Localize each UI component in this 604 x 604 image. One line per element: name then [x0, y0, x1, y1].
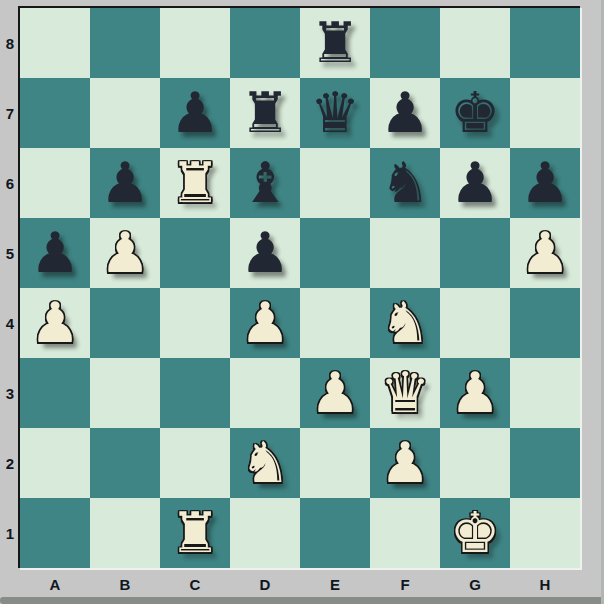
square-g7[interactable]: ♚: [440, 78, 510, 148]
black-pawn[interactable]: ♟: [170, 78, 220, 148]
square-e6[interactable]: [300, 148, 370, 218]
square-b8[interactable]: [90, 8, 160, 78]
square-b3[interactable]: [90, 358, 160, 428]
square-h1[interactable]: [510, 498, 580, 568]
black-pawn[interactable]: ♟: [100, 148, 150, 218]
square-g5[interactable]: [440, 218, 510, 288]
square-a6[interactable]: [20, 148, 90, 218]
white-pawn[interactable]: ♟: [380, 428, 430, 498]
square-d5[interactable]: ♟: [230, 218, 300, 288]
square-c4[interactable]: [160, 288, 230, 358]
rank-label-7: 7: [0, 78, 20, 148]
square-a7[interactable]: [20, 78, 90, 148]
square-c7[interactable]: ♟: [160, 78, 230, 148]
file-label-g: G: [440, 572, 510, 596]
square-e1[interactable]: [300, 498, 370, 568]
white-pawn[interactable]: ♟: [100, 218, 150, 288]
black-pawn[interactable]: ♟: [380, 78, 430, 148]
file-label-h: H: [510, 572, 580, 596]
white-pawn[interactable]: ♟: [30, 288, 80, 358]
square-b1[interactable]: [90, 498, 160, 568]
square-g3[interactable]: ♟: [440, 358, 510, 428]
square-a8[interactable]: [20, 8, 90, 78]
square-f7[interactable]: ♟: [370, 78, 440, 148]
square-d1[interactable]: [230, 498, 300, 568]
square-f8[interactable]: [370, 8, 440, 78]
square-c1[interactable]: ♜: [160, 498, 230, 568]
square-h5[interactable]: ♟: [510, 218, 580, 288]
square-h6[interactable]: ♟: [510, 148, 580, 218]
square-d4[interactable]: ♟: [230, 288, 300, 358]
square-h4[interactable]: [510, 288, 580, 358]
square-g2[interactable]: [440, 428, 510, 498]
square-a5[interactable]: ♟: [20, 218, 90, 288]
file-label-c: C: [160, 572, 230, 596]
square-h7[interactable]: [510, 78, 580, 148]
white-queen[interactable]: ♛: [380, 358, 430, 428]
square-b4[interactable]: [90, 288, 160, 358]
chessboard-window: 87654321 ♜♟♜♛♟♚♟♜♝♞♟♟♟♟♟♟♟♟♞♟♛♟♞♟♜♚ ABCD…: [0, 0, 604, 604]
chess-board: ♜♟♜♛♟♚♟♜♝♞♟♟♟♟♟♟♟♟♞♟♛♟♞♟♜♚: [20, 8, 580, 568]
square-b2[interactable]: [90, 428, 160, 498]
black-queen[interactable]: ♛: [310, 78, 360, 148]
black-king[interactable]: ♚: [450, 78, 500, 148]
square-b7[interactable]: [90, 78, 160, 148]
square-f5[interactable]: [370, 218, 440, 288]
file-label-d: D: [230, 572, 300, 596]
square-c2[interactable]: [160, 428, 230, 498]
square-e4[interactable]: [300, 288, 370, 358]
square-a4[interactable]: ♟: [20, 288, 90, 358]
white-pawn[interactable]: ♟: [310, 358, 360, 428]
square-e8[interactable]: ♜: [300, 8, 370, 78]
square-b6[interactable]: ♟: [90, 148, 160, 218]
square-f2[interactable]: ♟: [370, 428, 440, 498]
white-pawn[interactable]: ♟: [520, 218, 570, 288]
square-e3[interactable]: ♟: [300, 358, 370, 428]
square-g8[interactable]: [440, 8, 510, 78]
white-pawn[interactable]: ♟: [240, 288, 290, 358]
square-a2[interactable]: [20, 428, 90, 498]
file-labels: ABCDEFGH: [20, 572, 580, 596]
rank-label-3: 3: [0, 358, 20, 428]
square-d8[interactable]: [230, 8, 300, 78]
rank-label-8: 8: [0, 8, 20, 78]
white-pawn[interactable]: ♟: [450, 358, 500, 428]
square-g6[interactable]: ♟: [440, 148, 510, 218]
white-king[interactable]: ♚: [450, 498, 500, 568]
square-c6[interactable]: ♜: [160, 148, 230, 218]
square-b5[interactable]: ♟: [90, 218, 160, 288]
black-pawn[interactable]: ♟: [520, 148, 570, 218]
black-rook[interactable]: ♜: [240, 78, 290, 148]
square-g4[interactable]: [440, 288, 510, 358]
white-rook[interactable]: ♜: [170, 498, 220, 568]
rank-label-2: 2: [0, 428, 20, 498]
rank-label-5: 5: [0, 218, 20, 288]
file-label-b: B: [90, 572, 160, 596]
frame-bottom-shadow: [0, 597, 604, 604]
white-knight[interactable]: ♞: [380, 288, 430, 358]
file-label-f: F: [370, 572, 440, 596]
square-f3[interactable]: ♛: [370, 358, 440, 428]
square-d3[interactable]: [230, 358, 300, 428]
black-bishop[interactable]: ♝: [240, 148, 290, 218]
square-e5[interactable]: [300, 218, 370, 288]
square-c8[interactable]: [160, 8, 230, 78]
square-a3[interactable]: [20, 358, 90, 428]
white-rook[interactable]: ♜: [170, 148, 220, 218]
square-d6[interactable]: ♝: [230, 148, 300, 218]
file-label-e: E: [300, 572, 370, 596]
square-a1[interactable]: [20, 498, 90, 568]
square-e2[interactable]: [300, 428, 370, 498]
square-c3[interactable]: [160, 358, 230, 428]
black-pawn[interactable]: ♟: [240, 218, 290, 288]
black-knight[interactable]: ♞: [380, 148, 430, 218]
square-h2[interactable]: [510, 428, 580, 498]
square-g1[interactable]: ♚: [440, 498, 510, 568]
square-h8[interactable]: [510, 8, 580, 78]
file-label-a: A: [20, 572, 90, 596]
square-c5[interactable]: [160, 218, 230, 288]
square-f6[interactable]: ♞: [370, 148, 440, 218]
rank-label-6: 6: [0, 148, 20, 218]
black-pawn[interactable]: ♟: [450, 148, 500, 218]
square-e7[interactable]: ♛: [300, 78, 370, 148]
square-f1[interactable]: [370, 498, 440, 568]
white-knight[interactable]: ♞: [240, 428, 290, 498]
square-h3[interactable]: [510, 358, 580, 428]
black-pawn[interactable]: ♟: [30, 218, 80, 288]
rank-labels: 87654321: [0, 8, 20, 568]
square-f4[interactable]: ♞: [370, 288, 440, 358]
black-rook[interactable]: ♜: [310, 8, 360, 78]
square-d2[interactable]: ♞: [230, 428, 300, 498]
rank-label-1: 1: [0, 498, 20, 568]
square-d7[interactable]: ♜: [230, 78, 300, 148]
rank-label-4: 4: [0, 288, 20, 358]
